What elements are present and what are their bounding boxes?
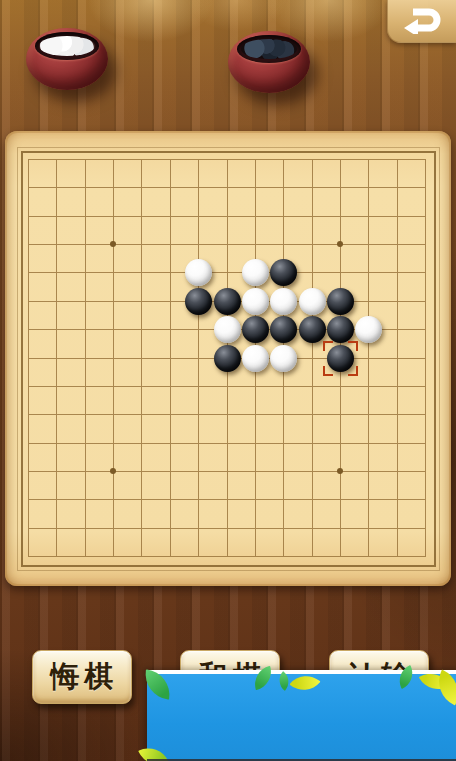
grid-cell <box>283 216 311 244</box>
grid-cell <box>227 272 255 300</box>
grid-cell <box>141 358 169 386</box>
grid-cell <box>227 159 255 187</box>
grid-cell <box>170 499 198 527</box>
grid-cell <box>28 244 56 272</box>
return-arrow-icon <box>402 4 442 38</box>
grid-cell <box>340 528 368 556</box>
grid-cell <box>141 301 169 329</box>
leaf-icon <box>290 668 321 699</box>
grid-cell <box>227 443 255 471</box>
grid-cell <box>255 272 283 300</box>
grid-cell <box>397 159 425 187</box>
grid-cell <box>85 272 113 300</box>
grid-cell <box>397 358 425 386</box>
grid-cell <box>56 499 84 527</box>
grid-cell <box>28 358 56 386</box>
grid-cell <box>255 216 283 244</box>
grid-cell <box>113 216 141 244</box>
grid-cell <box>170 187 198 215</box>
grid-cell <box>198 272 226 300</box>
grid-cell <box>28 187 56 215</box>
leaf-icon <box>142 669 172 699</box>
grid-cell <box>283 499 311 527</box>
grid-cell <box>56 272 84 300</box>
grid-cell <box>312 471 340 499</box>
bowl-opening <box>237 35 301 62</box>
grid-cell <box>56 386 84 414</box>
grid-cell <box>397 272 425 300</box>
grid-cell <box>255 187 283 215</box>
grid-cell <box>283 244 311 272</box>
grid-cell <box>113 414 141 442</box>
grid-cell <box>198 414 226 442</box>
grid-cell <box>170 414 198 442</box>
grid-cell <box>198 471 226 499</box>
grid-cell <box>170 244 198 272</box>
grid-cell <box>28 471 56 499</box>
grid-cell <box>368 499 396 527</box>
black-stones-pile <box>241 39 297 58</box>
grid-cell <box>312 272 340 300</box>
grid-cell <box>170 216 198 244</box>
grid-cell <box>28 499 56 527</box>
grid-cell <box>255 471 283 499</box>
grid-cell <box>368 244 396 272</box>
grid-cell <box>255 244 283 272</box>
grid-cell <box>85 471 113 499</box>
grid-cell <box>283 443 311 471</box>
grid-cell <box>56 159 84 187</box>
grid-cell <box>283 301 311 329</box>
grid-cell <box>340 244 368 272</box>
grid-cell <box>312 499 340 527</box>
grid-cell <box>85 329 113 357</box>
grid-cell <box>141 216 169 244</box>
grid-cell <box>198 187 226 215</box>
grid-cell <box>312 187 340 215</box>
grid-cell <box>283 528 311 556</box>
grid-cell <box>312 216 340 244</box>
grid-cell <box>397 386 425 414</box>
grid-cell <box>198 159 226 187</box>
grid-cell <box>113 187 141 215</box>
grid-cell <box>85 499 113 527</box>
grid-cell <box>113 471 141 499</box>
grid-cell <box>85 187 113 215</box>
grid-cell <box>368 216 396 244</box>
grid-cell <box>340 414 368 442</box>
grid-cell <box>368 301 396 329</box>
grid-cell <box>56 244 84 272</box>
gomoku-board <box>5 131 451 586</box>
grid-cell <box>113 301 141 329</box>
grid-cell <box>283 329 311 357</box>
grid-cell <box>312 528 340 556</box>
grid-cell <box>56 443 84 471</box>
grid-cell <box>255 386 283 414</box>
grid-cell <box>141 272 169 300</box>
grid-cell <box>28 386 56 414</box>
grid-cell <box>28 159 56 187</box>
grid-cell <box>141 471 169 499</box>
grid-cell <box>397 244 425 272</box>
grid-cell <box>283 386 311 414</box>
grid-cell <box>227 358 255 386</box>
grid-cell <box>113 528 141 556</box>
black-stone-bowl <box>228 31 310 93</box>
grid-cell <box>85 414 113 442</box>
grid-cell <box>198 499 226 527</box>
grid-cell <box>28 301 56 329</box>
grid-cell <box>85 386 113 414</box>
grid-cell <box>368 187 396 215</box>
grid-cell <box>56 216 84 244</box>
grid-cell <box>170 301 198 329</box>
grid-cell <box>283 358 311 386</box>
grid-cell <box>368 471 396 499</box>
grid-cell <box>368 386 396 414</box>
grid-cell <box>340 443 368 471</box>
grid-cell <box>170 329 198 357</box>
grid-cell <box>198 386 226 414</box>
grid-cell <box>283 187 311 215</box>
ad-banner[interactable] <box>147 670 456 761</box>
grid-cell <box>340 216 368 244</box>
grid-cell <box>255 159 283 187</box>
grid-cell <box>368 414 396 442</box>
grid-cell <box>340 301 368 329</box>
grid-cell <box>141 386 169 414</box>
grid-cell <box>141 528 169 556</box>
grid-cell <box>368 358 396 386</box>
grid-cell <box>198 301 226 329</box>
grid-cell <box>170 528 198 556</box>
grid-cell <box>227 386 255 414</box>
grid-cell <box>255 528 283 556</box>
grid-cell <box>170 386 198 414</box>
grid-cell <box>312 386 340 414</box>
grid-cell <box>227 528 255 556</box>
grid-cell <box>312 301 340 329</box>
grid-cell <box>227 187 255 215</box>
grid-cell <box>283 272 311 300</box>
grid-cell <box>340 329 368 357</box>
grid-cell <box>85 443 113 471</box>
grid-cell <box>28 443 56 471</box>
grid-cell <box>56 471 84 499</box>
bowl-opening <box>35 32 99 59</box>
grid-cell <box>397 187 425 215</box>
grid-cell <box>340 471 368 499</box>
grid-cell <box>85 244 113 272</box>
grid-cell <box>255 443 283 471</box>
grid-cell <box>85 216 113 244</box>
grid-cell <box>198 216 226 244</box>
grid-cell <box>397 216 425 244</box>
grid-cell <box>227 414 255 442</box>
grid-cell <box>227 244 255 272</box>
undo-move-button[interactable]: 悔棋 <box>32 650 132 704</box>
grid-cell <box>340 187 368 215</box>
grid-cell <box>113 159 141 187</box>
grid-cell <box>397 414 425 442</box>
board-grid[interactable] <box>28 159 426 557</box>
grid-cell <box>368 528 396 556</box>
grid-cell <box>312 329 340 357</box>
grid-cell <box>141 499 169 527</box>
grid-cell <box>141 443 169 471</box>
grid-cell <box>312 159 340 187</box>
grid-cell <box>227 499 255 527</box>
grid-cell <box>56 528 84 556</box>
grid-cell <box>28 329 56 357</box>
grid-cell <box>56 358 84 386</box>
grid-cell <box>368 443 396 471</box>
grid-cell <box>283 414 311 442</box>
grid-cell <box>255 414 283 442</box>
grid-cell <box>141 244 169 272</box>
grid-cell <box>312 244 340 272</box>
white-stone-bowl <box>26 28 108 90</box>
grid-cell <box>340 358 368 386</box>
grid-cell <box>368 329 396 357</box>
grid-cell <box>198 244 226 272</box>
grid-cell <box>85 159 113 187</box>
grid-cell <box>85 301 113 329</box>
grid-cell <box>113 272 141 300</box>
grid-cell <box>227 301 255 329</box>
grid-cell <box>113 499 141 527</box>
grid-cell <box>170 272 198 300</box>
white-stones-pile <box>39 36 95 55</box>
grid-cell <box>85 358 113 386</box>
grid-cell <box>312 358 340 386</box>
grid-cell <box>28 272 56 300</box>
grid-cell <box>113 329 141 357</box>
grid-cell <box>141 414 169 442</box>
grid-cell <box>312 414 340 442</box>
grid-cell <box>227 216 255 244</box>
grid-cell <box>113 244 141 272</box>
grid-cell <box>312 443 340 471</box>
grid-cell <box>198 329 226 357</box>
grid-cell <box>56 414 84 442</box>
leaf-icon <box>251 666 275 690</box>
grid-cell <box>170 443 198 471</box>
game-screen: 悔棋 和棋 认输 <box>0 0 456 761</box>
grid-cell <box>28 216 56 244</box>
grid-cell <box>170 358 198 386</box>
grid-cell <box>397 329 425 357</box>
grid-cell <box>255 301 283 329</box>
grid-cell <box>340 499 368 527</box>
grid-cell <box>170 159 198 187</box>
grid-cell <box>141 329 169 357</box>
grid-cell <box>368 272 396 300</box>
grid-cell <box>170 471 198 499</box>
grid-cell <box>283 159 311 187</box>
grid-cell <box>141 159 169 187</box>
grid-cell <box>397 471 425 499</box>
back-button[interactable] <box>387 0 456 43</box>
grid-cell <box>56 329 84 357</box>
grid-cell <box>227 471 255 499</box>
grid-cell <box>368 159 396 187</box>
grid-cell <box>198 528 226 556</box>
grid-cell <box>340 159 368 187</box>
undo-move-label: 悔棋 <box>46 657 119 697</box>
grid-cell <box>397 301 425 329</box>
grid-cell <box>198 443 226 471</box>
grid-cell <box>56 187 84 215</box>
grid-cell <box>113 386 141 414</box>
grid-cell <box>255 499 283 527</box>
grid-cell <box>283 471 311 499</box>
grid-cell <box>28 528 56 556</box>
grid-cell <box>113 358 141 386</box>
grid-cell <box>56 301 84 329</box>
grid-cell <box>397 528 425 556</box>
grid-cell <box>227 329 255 357</box>
grid-cell <box>397 499 425 527</box>
grid-cell <box>255 329 283 357</box>
grid-cell <box>141 187 169 215</box>
grid-cell <box>255 358 283 386</box>
grid-cell <box>85 528 113 556</box>
grid-cell <box>340 272 368 300</box>
grid-cell <box>28 414 56 442</box>
grid-cell <box>397 443 425 471</box>
grid-cell <box>340 386 368 414</box>
grid-cell <box>113 443 141 471</box>
grid-cell <box>198 358 226 386</box>
